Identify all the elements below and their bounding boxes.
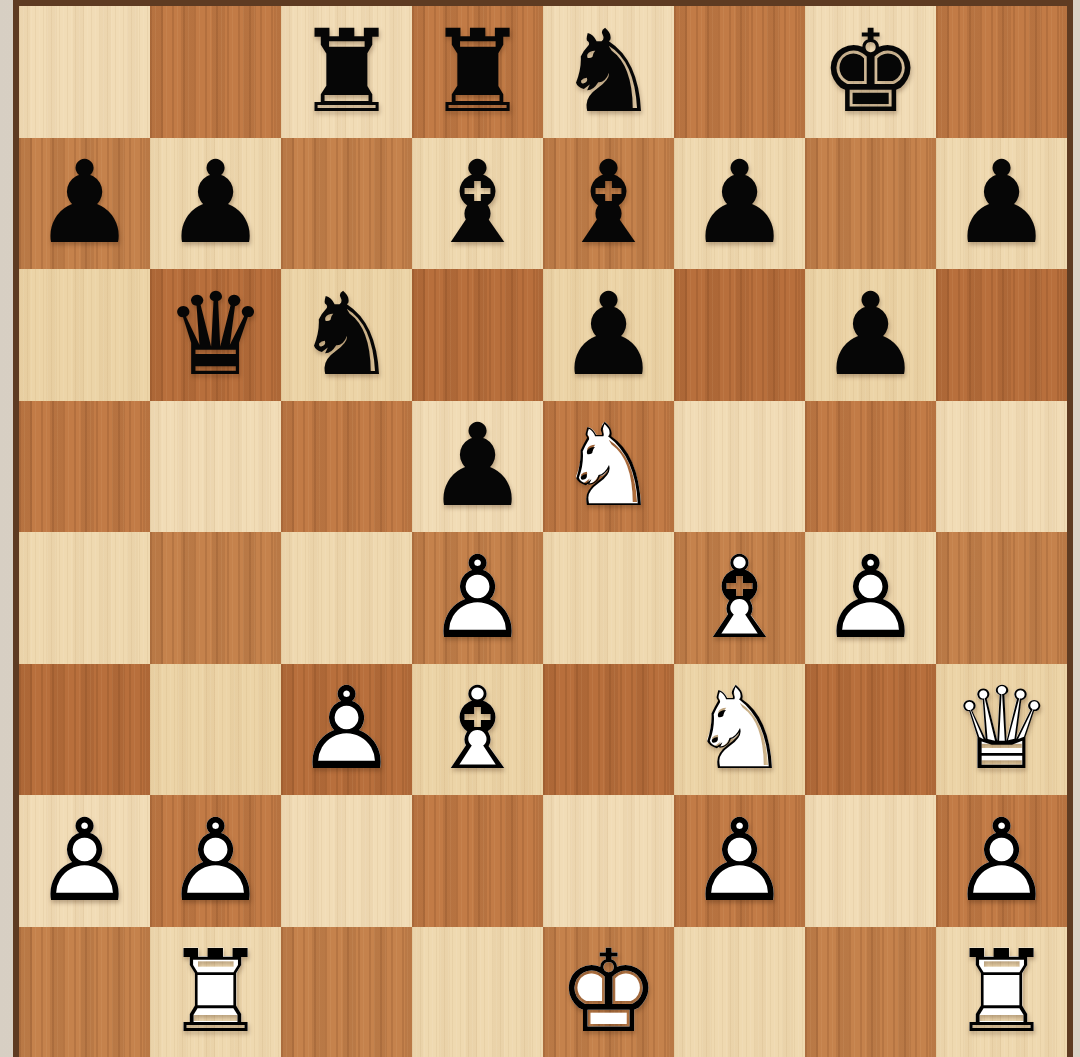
chess-board: ♜♜♞♚♟♟♝♝♟♟♛♞♟♟♟♞♟♝♟♟♝♞♛♟♟♟♟♜♚♜: [19, 6, 1067, 1057]
black-king[interactable]: ♚: [819, 15, 921, 129]
black-pawn[interactable]: ♟: [426, 409, 528, 523]
square-c2[interactable]: [281, 795, 412, 927]
white-rook[interactable]: ♜: [950, 935, 1052, 1049]
square-c4[interactable]: [281, 532, 412, 664]
square-h8[interactable]: [936, 6, 1067, 138]
square-f2[interactable]: ♟: [674, 795, 805, 927]
square-h4[interactable]: [936, 532, 1067, 664]
black-pawn[interactable]: ♟: [819, 278, 921, 392]
white-pawn[interactable]: ♟: [164, 804, 266, 918]
square-b4[interactable]: [150, 532, 281, 664]
square-h7[interactable]: ♟: [936, 138, 1067, 270]
black-queen[interactable]: ♛: [164, 278, 266, 392]
black-bishop[interactable]: ♝: [557, 146, 659, 260]
white-pawn[interactable]: ♟: [426, 541, 528, 655]
black-bishop[interactable]: ♝: [426, 146, 528, 260]
square-c7[interactable]: [281, 138, 412, 270]
black-knight[interactable]: ♞: [557, 15, 659, 129]
white-pawn[interactable]: ♟: [950, 804, 1052, 918]
square-e8[interactable]: ♞: [543, 6, 674, 138]
square-b2[interactable]: ♟: [150, 795, 281, 927]
square-a1[interactable]: [19, 927, 150, 1057]
square-a4[interactable]: [19, 532, 150, 664]
square-e1[interactable]: ♚: [543, 927, 674, 1057]
square-e3[interactable]: [543, 664, 674, 796]
white-bishop[interactable]: ♝: [426, 672, 528, 786]
square-d7[interactable]: ♝: [412, 138, 543, 270]
square-f6[interactable]: [674, 269, 805, 401]
square-f1[interactable]: [674, 927, 805, 1057]
square-g5[interactable]: [805, 401, 936, 533]
square-c5[interactable]: [281, 401, 412, 533]
square-g3[interactable]: [805, 664, 936, 796]
white-knight[interactable]: ♞: [688, 672, 790, 786]
square-g1[interactable]: [805, 927, 936, 1057]
square-d4[interactable]: ♟: [412, 532, 543, 664]
square-c8[interactable]: ♜: [281, 6, 412, 138]
square-b3[interactable]: [150, 664, 281, 796]
square-d6[interactable]: [412, 269, 543, 401]
square-f3[interactable]: ♞: [674, 664, 805, 796]
square-c1[interactable]: [281, 927, 412, 1057]
square-c3[interactable]: ♟: [281, 664, 412, 796]
square-a8[interactable]: [19, 6, 150, 138]
square-g2[interactable]: [805, 795, 936, 927]
black-pawn[interactable]: ♟: [33, 146, 135, 260]
square-b8[interactable]: [150, 6, 281, 138]
square-g4[interactable]: ♟: [805, 532, 936, 664]
white-bishop[interactable]: ♝: [688, 541, 790, 655]
square-f4[interactable]: ♝: [674, 532, 805, 664]
square-h1[interactable]: ♜: [936, 927, 1067, 1057]
square-e5[interactable]: ♞: [543, 401, 674, 533]
square-h5[interactable]: [936, 401, 1067, 533]
square-e7[interactable]: ♝: [543, 138, 674, 270]
white-pawn[interactable]: ♟: [688, 804, 790, 918]
white-queen[interactable]: ♛: [950, 672, 1052, 786]
white-rook[interactable]: ♜: [164, 935, 266, 1049]
square-d1[interactable]: [412, 927, 543, 1057]
square-h6[interactable]: [936, 269, 1067, 401]
square-d2[interactable]: [412, 795, 543, 927]
square-b7[interactable]: ♟: [150, 138, 281, 270]
square-g7[interactable]: [805, 138, 936, 270]
square-a6[interactable]: [19, 269, 150, 401]
chess-board-frame: ♜♜♞♚♟♟♝♝♟♟♛♞♟♟♟♞♟♝♟♟♝♞♛♟♟♟♟♜♚♜: [13, 0, 1073, 1057]
white-pawn[interactable]: ♟: [819, 541, 921, 655]
square-e2[interactable]: [543, 795, 674, 927]
white-pawn[interactable]: ♟: [33, 804, 135, 918]
square-f8[interactable]: [674, 6, 805, 138]
square-b6[interactable]: ♛: [150, 269, 281, 401]
black-pawn[interactable]: ♟: [557, 278, 659, 392]
square-a2[interactable]: ♟: [19, 795, 150, 927]
square-h2[interactable]: ♟: [936, 795, 1067, 927]
square-g8[interactable]: ♚: [805, 6, 936, 138]
square-a3[interactable]: [19, 664, 150, 796]
square-a5[interactable]: [19, 401, 150, 533]
black-pawn[interactable]: ♟: [950, 146, 1052, 260]
white-pawn[interactable]: ♟: [295, 672, 397, 786]
black-pawn[interactable]: ♟: [164, 146, 266, 260]
black-pawn[interactable]: ♟: [688, 146, 790, 260]
black-rook[interactable]: ♜: [295, 15, 397, 129]
square-d5[interactable]: ♟: [412, 401, 543, 533]
square-b5[interactable]: [150, 401, 281, 533]
black-knight[interactable]: ♞: [295, 278, 397, 392]
square-b1[interactable]: ♜: [150, 927, 281, 1057]
square-f5[interactable]: [674, 401, 805, 533]
square-g6[interactable]: ♟: [805, 269, 936, 401]
square-e4[interactable]: [543, 532, 674, 664]
white-king[interactable]: ♚: [557, 935, 659, 1049]
square-c6[interactable]: ♞: [281, 269, 412, 401]
square-e6[interactable]: ♟: [543, 269, 674, 401]
black-rook[interactable]: ♜: [426, 15, 528, 129]
white-knight[interactable]: ♞: [557, 409, 659, 523]
square-d3[interactable]: ♝: [412, 664, 543, 796]
square-h3[interactable]: ♛: [936, 664, 1067, 796]
square-a7[interactable]: ♟: [19, 138, 150, 270]
square-f7[interactable]: ♟: [674, 138, 805, 270]
square-d8[interactable]: ♜: [412, 6, 543, 138]
